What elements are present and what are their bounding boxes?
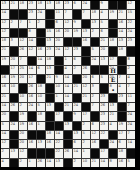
white-cell-r2c1[interactable]: 14 <box>1 10 9 18</box>
code-number: 13 <box>56 159 61 163</box>
white-cell-r16c1[interactable]: 12 <box>1 140 9 148</box>
black-cell-r13c8 <box>64 112 72 120</box>
code-number: 20 <box>20 131 25 135</box>
white-cell-r14c11[interactable]: 6 <box>91 122 99 130</box>
black-cell-r12c14 <box>118 103 126 111</box>
white-cell-r10c14[interactable]: 4 <box>118 84 126 92</box>
white-cell-r18c11[interactable]: 21 <box>91 159 99 167</box>
white-cell-r14c10[interactable]: 2 <box>82 122 90 130</box>
white-cell-r8c2[interactable]: 17 <box>10 66 18 74</box>
code-number: 5 <box>83 131 85 135</box>
white-cell-r9c12[interactable]: 5 <box>100 75 108 83</box>
white-cell-r2c14[interactable]: 21 <box>118 10 126 18</box>
white-cell-r4c8[interactable]: 20 <box>64 29 72 37</box>
code-number: 13 <box>47 103 52 107</box>
white-cell-r12c2[interactable]: 26 <box>10 103 18 111</box>
white-cell-r15c10[interactable]: 5 <box>82 131 90 139</box>
white-cell-r6c12[interactable]: 20 <box>100 47 108 55</box>
white-cell-r11c1[interactable]: 21 <box>1 94 9 102</box>
black-cell-r10c3 <box>19 84 27 92</box>
white-cell-r15c7[interactable]: 14 <box>55 131 63 139</box>
white-cell-r15c11[interactable]: 12 <box>91 131 99 139</box>
white-cell-r11c7[interactable]: 1 <box>55 94 63 102</box>
white-cell-r12c13[interactable]: 13 <box>109 103 117 111</box>
code-number: 12 <box>29 47 34 51</box>
white-cell-r3c15[interactable]: 22 <box>127 20 135 28</box>
white-cell-r6c1[interactable]: 21 <box>1 47 9 55</box>
white-cell-r18c13[interactable]: 8 <box>109 159 117 167</box>
white-cell-r18c7[interactable]: 13 <box>55 159 63 167</box>
code-number: 14 <box>2 10 7 14</box>
black-cell-r1c11 <box>91 1 99 9</box>
white-cell-r16c15[interactable]: 14 <box>127 140 135 148</box>
white-cell-r1c9[interactable]: 6 <box>73 1 81 9</box>
white-cell-r18c15[interactable]: 5 <box>127 159 135 167</box>
code-number: 17 <box>110 57 115 61</box>
white-cell-r6c9[interactable]: 23 <box>73 47 81 55</box>
white-cell-r12c15[interactable]: 7 <box>127 103 135 111</box>
code-number: 16 <box>2 84 7 88</box>
white-cell-r1c10[interactable]: 24 <box>82 1 90 9</box>
white-cell-r11c10[interactable]: 21 <box>82 94 90 102</box>
white-cell-r6c4[interactable]: 12 <box>28 47 36 55</box>
white-cell-r5c3[interactable]: 12 <box>19 38 27 46</box>
black-cell-r17c11 <box>91 149 99 157</box>
black-cell-r6c13 <box>109 47 117 55</box>
white-cell-r4c6[interactable]: 15 <box>46 29 54 37</box>
code-number: 7 <box>92 103 94 107</box>
white-cell-r2c5[interactable]: 24 <box>37 10 45 18</box>
white-cell-r9c13[interactable]: 25E <box>109 75 117 83</box>
code-number: 24 <box>92 57 97 61</box>
black-cell-r9c5 <box>37 75 45 83</box>
code-number: 10 <box>11 84 16 88</box>
code-number: 10 <box>56 84 61 88</box>
white-cell-r11c5[interactable]: 10 <box>37 94 45 102</box>
white-cell-r11c3[interactable]: 10 <box>19 94 27 102</box>
white-cell-r16c3[interactable]: 20 <box>19 140 27 148</box>
black-cell-r3c13 <box>109 20 117 28</box>
white-cell-r14c1[interactable]: 5 <box>1 122 9 130</box>
code-number: 17 <box>29 75 34 79</box>
code-number: 4 <box>65 66 67 70</box>
code-number: 4 <box>119 84 121 88</box>
white-cell-r3c12[interactable]: 5 <box>100 20 108 28</box>
white-cell-r11c4[interactable]: 16 <box>28 94 36 102</box>
white-cell-r3c7[interactable]: 6 <box>55 20 63 28</box>
white-cell-r3c1[interactable]: 12 <box>1 20 9 28</box>
white-cell-r16c13[interactable]: 24 <box>109 140 117 148</box>
white-cell-r6c7[interactable]: 24 <box>55 47 63 55</box>
white-cell-r17c12[interactable]: 17 <box>100 149 108 157</box>
white-cell-r14c14[interactable]: 19 <box>118 122 126 130</box>
white-cell-r14c2[interactable]: 24 <box>10 122 18 130</box>
white-cell-r2c10[interactable]: 7 <box>82 10 90 18</box>
white-cell-r10c10[interactable]: 12 <box>82 84 90 92</box>
white-cell-r7c11[interactable]: 24 <box>91 57 99 65</box>
white-cell-r10c9[interactable]: 21 <box>73 84 81 92</box>
code-number: 13 <box>47 66 52 70</box>
white-cell-r8c9[interactable]: 2 <box>73 66 81 74</box>
black-cell-r15c4 <box>28 131 36 139</box>
code-number: 24 <box>110 140 115 144</box>
white-cell-r5c2[interactable]: 3 <box>10 38 18 46</box>
white-cell-r1c5[interactable]: 18 <box>37 1 45 9</box>
white-cell-r11c12[interactable]: 23 <box>100 94 108 102</box>
code-number: 2 <box>20 103 22 107</box>
white-cell-r6c5[interactable]: 16 <box>37 47 45 55</box>
black-cell-r7c7 <box>55 57 63 65</box>
white-cell-r15c9[interactable]: 13 <box>73 131 81 139</box>
white-cell-r5c15[interactable]: 23 <box>127 38 135 46</box>
black-cell-r17c15 <box>127 149 135 157</box>
white-cell-r17c10[interactable]: 1 <box>82 149 90 157</box>
given-letter-E: E <box>109 77 117 83</box>
white-cell-r15c15[interactable]: 7 <box>127 131 135 139</box>
white-cell-r10c11[interactable]: 3 <box>91 84 99 92</box>
white-cell-r12c12[interactable]: 26 <box>100 103 108 111</box>
white-cell-r6c14[interactable]: 18 <box>118 47 126 55</box>
white-cell-r1c4[interactable]: 23 <box>28 1 36 9</box>
black-cell-r8c1 <box>1 66 9 74</box>
code-number: 16 <box>38 47 43 51</box>
white-cell-r10c7[interactable]: 10 <box>55 84 63 92</box>
white-cell-r12c4[interactable]: 24 <box>28 103 36 111</box>
white-cell-r13c7[interactable]: 17 <box>55 112 63 120</box>
white-cell-r4c12[interactable]: 6 <box>100 29 108 37</box>
codeword-puzzle-scan: 1321182318131823624912142324117718419211… <box>0 0 140 170</box>
white-cell-r1c1[interactable]: 13 <box>1 1 9 9</box>
code-number: 24 <box>38 10 43 14</box>
code-number: 14 <box>74 149 79 153</box>
code-number: 23 <box>47 47 52 51</box>
white-cell-r13c13[interactable]: 21 <box>109 112 117 120</box>
white-cell-r3c2[interactable]: 2 <box>10 20 18 28</box>
white-cell-r2c13[interactable]: 19 <box>109 10 117 18</box>
code-number: 3 <box>11 38 13 42</box>
white-cell-r7c13[interactable]: 17 <box>109 57 117 65</box>
code-number: 7 <box>128 131 130 135</box>
code-number: 13 <box>74 131 79 135</box>
white-cell-r5c6[interactable]: 13 <box>46 38 54 46</box>
white-cell-r8c5[interactable]: 6 <box>37 66 45 74</box>
code-number: 1 <box>29 20 31 24</box>
white-cell-r18c10[interactable]: 10 <box>82 159 90 167</box>
black-cell-r11c9 <box>73 94 81 102</box>
white-cell-r15c3[interactable]: 20 <box>19 131 27 139</box>
code-number: 19 <box>20 112 25 116</box>
white-cell-r7c2[interactable]: 20 <box>10 57 18 65</box>
white-cell-r8c4[interactable]: 14 <box>28 66 36 74</box>
white-cell-r1c8[interactable]: 23 <box>64 1 72 9</box>
white-cell-r10c8[interactable]: 14 <box>64 84 72 92</box>
white-cell-r1c6[interactable]: 13 <box>46 1 54 9</box>
black-cell-r7c10 <box>82 57 90 65</box>
white-cell-r14c4[interactable]: 16 <box>28 122 36 130</box>
white-cell-r7c8[interactable]: 1 <box>64 57 72 65</box>
white-cell-r16c9[interactable]: 6 <box>73 140 81 148</box>
code-number: 24 <box>11 122 16 126</box>
white-cell-r17c14[interactable]: 18 <box>118 149 126 157</box>
white-cell-r5c12[interactable]: 21 <box>100 38 108 46</box>
white-cell-r11c11[interactable]: 2 <box>91 94 99 102</box>
white-cell-r2c4[interactable]: 23 <box>28 10 36 18</box>
white-cell-r16c14[interactable]: 6 <box>118 140 126 148</box>
black-cell-r15c2 <box>10 131 18 139</box>
black-cell-r17c13 <box>109 149 117 157</box>
code-number: 7 <box>128 84 130 88</box>
white-cell-r18c3[interactable]: 2 <box>19 159 27 167</box>
code-number: 6 <box>101 29 103 33</box>
white-cell-r4c15[interactable]: 24 <box>127 29 135 37</box>
white-cell-r1c15[interactable]: 12 <box>127 1 135 9</box>
white-cell-r9c4[interactable]: 17 <box>28 75 36 83</box>
white-cell-r12c1[interactable]: 14 <box>1 103 9 111</box>
white-cell-r2c11[interactable]: 18 <box>91 10 99 18</box>
code-number: 9 <box>74 20 76 24</box>
white-cell-r16c10[interactable]: 2 <box>82 140 90 148</box>
code-number: 17 <box>83 112 88 116</box>
white-cell-r16c5[interactable]: 13 <box>37 140 45 148</box>
black-cell-r6c2 <box>10 47 18 55</box>
code-number: 18 <box>92 10 97 14</box>
white-cell-r4c9[interactable]: 19 <box>73 29 81 37</box>
code-number: 13 <box>83 29 88 33</box>
black-cell-r17c4 <box>28 149 36 157</box>
code-number: 21 <box>2 94 7 98</box>
code-number: 2 <box>92 94 94 98</box>
white-cell-r1c3[interactable]: 18 <box>19 1 27 9</box>
white-cell-r14c15[interactable]: 24 <box>127 122 135 130</box>
white-cell-r17c7[interactable]: 22 <box>55 149 63 157</box>
white-cell-r16c7[interactable]: 22 <box>55 140 63 148</box>
white-cell-r14c3[interactable]: 19 <box>19 122 27 130</box>
white-cell-r12c11[interactable]: 7 <box>91 103 99 111</box>
white-cell-r18c12[interactable]: 14 <box>100 159 108 167</box>
black-cell-r6c15 <box>127 47 135 55</box>
white-cell-r2c15[interactable]: 15 <box>127 10 135 18</box>
white-cell-r9c2[interactable]: 19 <box>10 75 18 83</box>
black-cell-r16c8 <box>64 140 72 148</box>
white-cell-r12c9[interactable]: 24 <box>73 103 81 111</box>
white-cell-r18c5[interactable]: 26 <box>37 159 45 167</box>
white-cell-r13c15[interactable]: 24 <box>127 112 135 120</box>
code-number: 21 <box>83 94 88 98</box>
white-cell-r15c12[interactable]: 22 <box>100 131 108 139</box>
white-cell-r13c1[interactable]: 20 <box>1 112 9 120</box>
black-cell-r7c14 <box>118 57 126 65</box>
code-number: 21 <box>65 103 70 107</box>
white-cell-r5c1[interactable]: 18 <box>1 38 9 46</box>
white-cell-r7c5[interactable]: 14 <box>37 57 45 65</box>
white-cell-r13c10[interactable]: 17 <box>82 112 90 120</box>
white-cell-r6c6[interactable]: 23 <box>46 47 54 55</box>
code-number: 18 <box>38 1 43 5</box>
white-cell-r17c8[interactable]: 26 <box>64 149 72 157</box>
white-cell-r3c5[interactable]: 2 <box>37 20 45 28</box>
white-cell-r9c7[interactable]: 9 <box>55 75 63 83</box>
white-cell-r17c1[interactable]: 2 <box>1 149 9 157</box>
white-cell-r3c8[interactable]: 12 <box>64 20 72 28</box>
white-cell-r2c7[interactable]: 11 <box>55 10 63 18</box>
code-number: 5 <box>128 159 130 163</box>
white-cell-r10c5[interactable]: 18 <box>37 84 45 92</box>
white-cell-r18c9[interactable]: 2 <box>73 159 81 167</box>
white-cell-r5c4[interactable]: 14 <box>28 38 36 46</box>
white-cell-r15c1[interactable]: 14 <box>1 131 9 139</box>
white-cell-r11c15[interactable]: 11 <box>127 94 135 102</box>
code-number: 3 <box>92 84 94 88</box>
white-cell-r8c13[interactable]: 24H <box>109 66 117 74</box>
white-cell-r10c4[interactable]: 26 <box>28 84 36 92</box>
white-cell-r6c3[interactable]: 26 <box>19 47 27 55</box>
code-number: 25 <box>20 66 25 70</box>
white-cell-r5c10[interactable]: 16 <box>82 38 90 46</box>
code-number: 6 <box>92 75 94 79</box>
code-number: 8 <box>110 159 112 163</box>
code-number: 16 <box>119 20 124 24</box>
code-number: 16 <box>29 94 34 98</box>
white-cell-r10c15[interactable]: 7 <box>127 84 135 92</box>
code-number: 16 <box>92 140 97 144</box>
white-cell-r9c11[interactable]: 6 <box>91 75 99 83</box>
white-cell-r9c3[interactable]: 20 <box>19 75 27 83</box>
white-cell-r3c3[interactable]: 7 <box>19 20 27 28</box>
white-cell-r5c14[interactable]: 13 <box>118 38 126 46</box>
white-cell-r17c3[interactable]: 12 <box>19 149 27 157</box>
white-cell-r3c11[interactable]: 13 <box>91 20 99 28</box>
code-number: 23 <box>65 1 70 5</box>
code-number: 7 <box>128 103 130 107</box>
code-number: 1 <box>65 57 67 61</box>
white-cell-r6c11[interactable]: 5 <box>91 47 99 55</box>
white-cell-r14c12[interactable]: 23 <box>100 122 108 130</box>
white-cell-r13c12[interactable]: 23 <box>100 112 108 120</box>
white-cell-r4c1[interactable]: 12 <box>1 29 9 37</box>
white-cell-r8c3[interactable]: 25 <box>19 66 27 74</box>
white-cell-r3c4[interactable]: 1 <box>28 20 36 28</box>
white-cell-r7c1[interactable]: 19 <box>1 57 9 65</box>
code-number: 21 <box>101 38 106 42</box>
white-cell-r9c14[interactable]: 7 <box>118 75 126 83</box>
white-cell-r5c7[interactable]: 20 <box>55 38 63 46</box>
white-cell-r18c4[interactable]: 1 <box>28 159 36 167</box>
white-cell-r8c8[interactable]: 4 <box>64 66 72 74</box>
white-cell-r16c6[interactable]: 16 <box>46 140 54 148</box>
white-cell-r11c8[interactable]: 14 <box>64 94 72 102</box>
white-cell-r17c9[interactable]: 14 <box>73 149 81 157</box>
white-cell-r5c13[interactable]: 18 <box>109 38 117 46</box>
white-cell-r9c10[interactable]: 20 <box>82 75 90 83</box>
white-cell-r14c8[interactable]: 13 <box>64 122 72 130</box>
white-cell-r10c1[interactable]: 16 <box>1 84 9 92</box>
white-cell-r9c1[interactable]: 16 <box>1 75 9 83</box>
white-cell-r18c14[interactable]: 16 <box>118 159 126 167</box>
black-cell-r3c10 <box>82 20 90 28</box>
white-cell-r10c13[interactable]: 8• <box>109 84 117 92</box>
white-cell-r1c2[interactable]: 21 <box>10 1 18 9</box>
white-cell-r15c14[interactable]: 17 <box>118 131 126 139</box>
code-number: 23 <box>101 94 106 98</box>
white-cell-r14c5[interactable]: 1 <box>37 122 45 130</box>
white-cell-r4c4[interactable]: 8 <box>28 29 36 37</box>
white-cell-r18c6[interactable]: 14 <box>46 159 54 167</box>
white-cell-r6c8[interactable]: 12 <box>64 47 72 55</box>
white-cell-r16c11[interactable]: 16 <box>91 140 99 148</box>
white-cell-r4c11[interactable]: 2 <box>91 29 99 37</box>
code-number: 16 <box>56 29 61 33</box>
white-cell-r7c12[interactable]: 13 <box>100 57 108 65</box>
code-number: 13 <box>119 38 124 42</box>
white-cell-r13c3[interactable]: 19 <box>19 112 27 120</box>
code-number: 16 <box>29 122 34 126</box>
black-cell-r2c3 <box>19 10 27 18</box>
code-number: 12 <box>65 20 70 24</box>
white-cell-r12c3[interactable]: 2 <box>19 103 27 111</box>
white-cell-r7c15[interactable]: 8 <box>127 57 135 65</box>
white-cell-r11c14[interactable]: 23 <box>118 94 126 102</box>
code-number: 16 <box>29 140 34 144</box>
code-number: 13 <box>92 20 97 24</box>
code-number: 16 <box>83 38 88 42</box>
white-cell-r4c10[interactable]: 13 <box>82 29 90 37</box>
white-cell-r13c5[interactable]: 18 <box>37 112 45 120</box>
white-cell-r12c5[interactable]: 5 <box>37 103 45 111</box>
white-cell-r1c7[interactable]: 18 <box>55 1 63 9</box>
code-number: 10 <box>38 94 43 98</box>
white-cell-r3c9[interactable]: 9 <box>73 20 81 28</box>
white-cell-r12c6[interactable]: 13 <box>46 103 54 111</box>
code-number: 21 <box>74 84 79 88</box>
white-cell-r18c1[interactable]: 4 <box>1 159 9 167</box>
black-cell-r2c6 <box>46 10 54 18</box>
white-cell-r13c9[interactable]: 9 <box>73 112 81 120</box>
white-cell-r9c6[interactable]: 21 <box>46 75 54 83</box>
code-number: 12 <box>2 20 7 24</box>
white-cell-r7c3[interactable]: 7 <box>19 57 27 65</box>
white-cell-r1c12[interactable]: 9 <box>100 1 108 9</box>
white-cell-r9c15[interactable]: 4 <box>127 75 135 83</box>
white-cell-r8c6[interactable]: 13 <box>46 66 54 74</box>
white-cell-r16c4[interactable]: 16 <box>28 140 36 148</box>
white-cell-r7c9[interactable]: 6 <box>73 57 81 65</box>
code-number: 26 <box>65 149 70 153</box>
white-cell-r10c2[interactable]: 10 <box>10 84 18 92</box>
white-cell-r4c7[interactable]: 16 <box>55 29 63 37</box>
white-cell-r8c10[interactable]: 26 <box>82 66 90 74</box>
code-number: 2 <box>20 159 22 163</box>
code-number: 24 <box>83 1 88 5</box>
white-cell-r12c8[interactable]: 21 <box>64 103 72 111</box>
white-cell-r4c14[interactable]: 14 <box>118 29 126 37</box>
code-number: 20 <box>65 29 70 33</box>
code-number: 23 <box>74 47 79 51</box>
white-cell-r15c6[interactable]: 18 <box>46 131 54 139</box>
code-number: 12 <box>2 140 7 144</box>
white-cell-r9c8[interactable]: 14 <box>64 75 72 83</box>
white-cell-r3c14[interactable]: 16 <box>118 20 126 28</box>
white-cell-r8c15[interactable]: 2 <box>127 66 135 74</box>
white-cell-r14c13[interactable]: 4 <box>109 122 117 130</box>
black-cell-r13c4 <box>28 112 36 120</box>
code-number: 5 <box>101 75 103 79</box>
code-number: 5 <box>101 20 103 24</box>
black-cell-r4c3 <box>19 29 27 37</box>
white-cell-r2c8[interactable]: 7 <box>64 10 72 18</box>
white-cell-r2c12[interactable]: 4 <box>100 10 108 18</box>
white-cell-r17c2[interactable]: 13 <box>10 149 18 157</box>
white-cell-r7c6[interactable]: 18 <box>46 57 54 65</box>
